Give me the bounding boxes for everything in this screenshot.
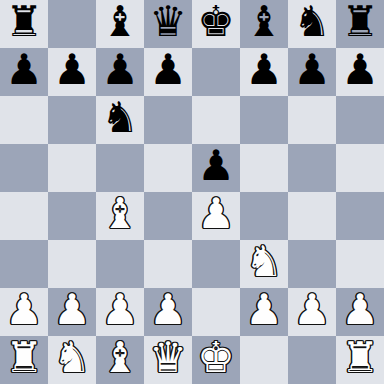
- square-e6[interactable]: [192, 96, 240, 144]
- square-e7[interactable]: [192, 48, 240, 96]
- square-h3[interactable]: [336, 240, 384, 288]
- square-d2[interactable]: ♟: [144, 288, 192, 336]
- square-a3[interactable]: [0, 240, 48, 288]
- square-c6[interactable]: ♞: [96, 96, 144, 144]
- square-a6[interactable]: [0, 96, 48, 144]
- piece-white-knight-f3[interactable]: ♞: [245, 238, 283, 286]
- square-g2[interactable]: ♟: [288, 288, 336, 336]
- square-e3[interactable]: [192, 240, 240, 288]
- square-g8[interactable]: ♞: [288, 0, 336, 48]
- square-b1[interactable]: ♞: [48, 336, 96, 384]
- piece-black-queen-d8[interactable]: ♛: [149, 0, 187, 46]
- piece-white-pawn-d2[interactable]: ♟: [149, 286, 187, 334]
- piece-black-pawn-f7[interactable]: ♟: [245, 46, 283, 94]
- piece-white-rook-h1[interactable]: ♜: [341, 334, 379, 382]
- piece-black-rook-a8[interactable]: ♜: [5, 0, 43, 46]
- piece-white-pawn-a2[interactable]: ♟: [5, 286, 43, 334]
- square-g5[interactable]: [288, 144, 336, 192]
- square-f2[interactable]: ♟: [240, 288, 288, 336]
- chess-board: ♜♝♛♚♝♞♜♟♟♟♟♟♟♟♞♟♝♟♞♟♟♟♟♟♟♟♜♞♝♛♚♜: [0, 0, 384, 384]
- square-g7[interactable]: ♟: [288, 48, 336, 96]
- square-b5[interactable]: [48, 144, 96, 192]
- square-f5[interactable]: [240, 144, 288, 192]
- square-b6[interactable]: [48, 96, 96, 144]
- piece-white-bishop-c1[interactable]: ♝: [101, 334, 139, 382]
- square-h5[interactable]: [336, 144, 384, 192]
- square-c1[interactable]: ♝: [96, 336, 144, 384]
- square-b2[interactable]: ♟: [48, 288, 96, 336]
- square-b3[interactable]: [48, 240, 96, 288]
- square-f7[interactable]: ♟: [240, 48, 288, 96]
- piece-white-pawn-f2[interactable]: ♟: [245, 286, 283, 334]
- piece-white-king-e1[interactable]: ♚: [197, 334, 235, 382]
- square-d5[interactable]: [144, 144, 192, 192]
- square-a1[interactable]: ♜: [0, 336, 48, 384]
- piece-black-pawn-e5[interactable]: ♟: [197, 142, 235, 190]
- square-b4[interactable]: [48, 192, 96, 240]
- piece-black-rook-h8[interactable]: ♜: [341, 0, 379, 46]
- square-f6[interactable]: [240, 96, 288, 144]
- square-d6[interactable]: [144, 96, 192, 144]
- square-a2[interactable]: ♟: [0, 288, 48, 336]
- square-h4[interactable]: [336, 192, 384, 240]
- piece-black-knight-g8[interactable]: ♞: [293, 0, 331, 46]
- square-c7[interactable]: ♟: [96, 48, 144, 96]
- piece-white-pawn-b2[interactable]: ♟: [53, 286, 91, 334]
- piece-black-bishop-f8[interactable]: ♝: [245, 0, 283, 46]
- square-d4[interactable]: [144, 192, 192, 240]
- square-c8[interactable]: ♝: [96, 0, 144, 48]
- square-a5[interactable]: [0, 144, 48, 192]
- piece-black-pawn-g7[interactable]: ♟: [293, 46, 331, 94]
- square-e4[interactable]: ♟: [192, 192, 240, 240]
- piece-black-knight-c6[interactable]: ♞: [101, 94, 139, 142]
- piece-black-pawn-b7[interactable]: ♟: [53, 46, 91, 94]
- square-d3[interactable]: [144, 240, 192, 288]
- square-e5[interactable]: ♟: [192, 144, 240, 192]
- square-a7[interactable]: ♟: [0, 48, 48, 96]
- square-g3[interactable]: [288, 240, 336, 288]
- square-g4[interactable]: [288, 192, 336, 240]
- square-f1[interactable]: [240, 336, 288, 384]
- square-c3[interactable]: [96, 240, 144, 288]
- square-g1[interactable]: [288, 336, 336, 384]
- square-f3[interactable]: ♞: [240, 240, 288, 288]
- piece-black-pawn-h7[interactable]: ♟: [341, 46, 379, 94]
- square-b8[interactable]: [48, 0, 96, 48]
- piece-black-bishop-c8[interactable]: ♝: [101, 0, 139, 46]
- piece-white-pawn-g2[interactable]: ♟: [293, 286, 331, 334]
- piece-white-pawn-c2[interactable]: ♟: [101, 286, 139, 334]
- square-d7[interactable]: ♟: [144, 48, 192, 96]
- square-a4[interactable]: [0, 192, 48, 240]
- square-f8[interactable]: ♝: [240, 0, 288, 48]
- square-c2[interactable]: ♟: [96, 288, 144, 336]
- square-e8[interactable]: ♚: [192, 0, 240, 48]
- square-g6[interactable]: [288, 96, 336, 144]
- square-e1[interactable]: ♚: [192, 336, 240, 384]
- square-d8[interactable]: ♛: [144, 0, 192, 48]
- square-a8[interactable]: ♜: [0, 0, 48, 48]
- square-d1[interactable]: ♛: [144, 336, 192, 384]
- piece-black-pawn-c7[interactable]: ♟: [101, 46, 139, 94]
- square-c4[interactable]: ♝: [96, 192, 144, 240]
- square-f4[interactable]: [240, 192, 288, 240]
- piece-white-knight-b1[interactable]: ♞: [53, 334, 91, 382]
- piece-black-king-e8[interactable]: ♚: [197, 0, 235, 46]
- piece-black-pawn-a7[interactable]: ♟: [5, 46, 43, 94]
- piece-black-pawn-d7[interactable]: ♟: [149, 46, 187, 94]
- square-e2[interactable]: [192, 288, 240, 336]
- square-c5[interactable]: [96, 144, 144, 192]
- square-b7[interactable]: ♟: [48, 48, 96, 96]
- piece-white-rook-a1[interactable]: ♜: [5, 334, 43, 382]
- piece-white-queen-d1[interactable]: ♛: [149, 334, 187, 382]
- square-h2[interactable]: ♟: [336, 288, 384, 336]
- square-h7[interactable]: ♟: [336, 48, 384, 96]
- piece-white-pawn-h2[interactable]: ♟: [341, 286, 379, 334]
- square-h8[interactable]: ♜: [336, 0, 384, 48]
- square-h6[interactable]: [336, 96, 384, 144]
- square-h1[interactable]: ♜: [336, 336, 384, 384]
- piece-white-bishop-c4[interactable]: ♝: [101, 190, 139, 238]
- piece-white-pawn-e4[interactable]: ♟: [197, 190, 235, 238]
